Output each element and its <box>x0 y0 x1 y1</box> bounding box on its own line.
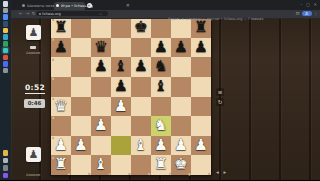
square-a5[interactable]: 5 <box>51 77 71 97</box>
taskbar <box>0 0 11 180</box>
square-h5[interactable] <box>191 77 211 97</box>
square-e4[interactable] <box>131 97 151 117</box>
square-c2[interactable] <box>91 136 111 156</box>
square-h3[interactable] <box>191 116 211 136</box>
next-move-button[interactable]: ▸ <box>224 169 228 175</box>
square-e5[interactable] <box>131 77 151 97</box>
square-h1[interactable]: h <box>191 155 211 175</box>
tray-purple-app-icon[interactable] <box>3 173 9 179</box>
maximize-button[interactable]: ▢ <box>306 2 310 7</box>
tab-favicon-icon <box>56 4 59 7</box>
profile-avatar[interactable]: А <box>302 11 312 16</box>
new-tab-button[interactable]: + <box>87 3 92 8</box>
minimize-button[interactable]: – <box>300 2 302 7</box>
extensions-icon[interactable]: ⊡ <box>296 11 300 16</box>
square-c3[interactable]: ♟ <box>91 116 111 136</box>
close-button[interactable]: ✕ <box>313 2 317 7</box>
taskbar-icon-search[interactable] <box>3 8 9 14</box>
square-h4[interactable] <box>191 97 211 117</box>
square-e2[interactable]: ♝ <box>131 136 151 156</box>
tab-active[interactable]: Игра • lichess.org ✕ <box>54 2 85 11</box>
forward-icon[interactable]: → <box>25 11 29 16</box>
reload-icon[interactable]: ↻ <box>32 11 36 16</box>
square-g4[interactable] <box>171 97 191 117</box>
square-a8[interactable]: 8♜ <box>51 18 71 38</box>
black-pawn: ♟ <box>131 57 151 77</box>
back-icon[interactable]: ← <box>19 11 23 16</box>
square-e3[interactable] <box>131 116 151 136</box>
black-rook: ♜ <box>51 18 71 38</box>
square-c1[interactable]: c♝ <box>91 155 111 175</box>
prev-move-button[interactable]: ◂ <box>216 169 220 175</box>
square-h2[interactable]: ♟ <box>191 136 211 156</box>
square-f5[interactable]: ♝ <box>151 77 171 97</box>
white-pawn: ♟ <box>51 136 71 156</box>
white-pawn: ♟ <box>111 97 131 117</box>
white-pawn: ♟ <box>91 116 111 136</box>
taskbar-icon-widgets[interactable] <box>3 14 9 20</box>
black-pawn: ♟ <box>191 38 211 58</box>
taskbar-icon-app-red[interactable] <box>3 55 9 61</box>
white-bishop: ♝ <box>91 155 111 175</box>
square-d6[interactable]: ♝ <box>111 57 131 77</box>
square-g3[interactable] <box>171 116 191 136</box>
black-pawn: ♟ <box>91 57 111 77</box>
square-d7[interactable] <box>111 38 131 58</box>
square-d2[interactable] <box>111 136 131 156</box>
square-c5[interactable] <box>91 77 111 97</box>
taskbar-icon-store[interactable] <box>3 41 9 47</box>
white-rook: ♜ <box>51 155 71 175</box>
black-pawn: ♟ <box>151 38 171 58</box>
square-b5[interactable] <box>71 77 91 97</box>
taskbar-icon-app-blue[interactable] <box>3 61 9 67</box>
taskbar-icon-active-browser[interactable] <box>3 48 9 54</box>
square-g6[interactable] <box>171 57 191 77</box>
square-c4[interactable] <box>91 97 111 117</box>
inactive-clock: 0:46 <box>24 99 45 108</box>
square-d1[interactable]: d <box>111 155 131 175</box>
file-label: h <box>208 172 210 176</box>
square-a7[interactable]: 7♟ <box>51 38 71 58</box>
square-c7[interactable]: ♛ <box>91 38 111 58</box>
square-a3[interactable]: 3 <box>51 116 71 136</box>
white-pawn: ♟ <box>151 136 171 156</box>
white-pawn: ♟ <box>71 136 91 156</box>
black-pawn: ♟ <box>111 77 131 97</box>
taskbar-icon-file-explorer[interactable] <box>3 28 9 34</box>
taskbar-icon-edge-browser[interactable] <box>3 34 9 40</box>
square-g1[interactable]: g♚ <box>171 155 191 175</box>
chess-board: 8♜♚♜7♟♛♟♟♟6♟♝♟♞5♟♝4♛♟3♟♞2♟♟♝♟♟♟1a♜bc♝def… <box>51 18 211 175</box>
white-king: ♚ <box>171 155 191 175</box>
square-a2[interactable]: 2♟ <box>51 136 71 156</box>
url-text: lichess.org <box>42 12 61 16</box>
square-h6[interactable] <box>191 57 211 77</box>
square-e1[interactable]: e <box>131 155 151 175</box>
square-c8[interactable] <box>91 18 111 38</box>
pawn-icon: ♟ <box>29 27 39 38</box>
square-b7[interactable] <box>71 38 91 58</box>
window-title: Играть в шахматы с другом • lichess.org … <box>168 17 264 21</box>
square-f2[interactable]: ♟ <box>151 136 171 156</box>
square-b4[interactable] <box>71 97 91 117</box>
taskbar-icon-start[interactable] <box>3 1 9 7</box>
white-pawn: ♟ <box>171 136 191 156</box>
bottom-player-name: Аноним <box>26 173 40 177</box>
square-b2[interactable]: ♟ <box>71 136 91 156</box>
square-g7[interactable]: ♟ <box>171 38 191 58</box>
square-b3[interactable] <box>71 116 91 136</box>
square-f6[interactable]: ♞ <box>151 57 171 77</box>
square-b8[interactable] <box>71 18 91 38</box>
top-player-avatar[interactable]: ♟ <box>26 25 41 40</box>
taskbar-icon-settings[interactable] <box>3 68 9 74</box>
square-g2[interactable]: ♟ <box>171 136 191 156</box>
pawn-icon: ♟ <box>29 149 39 160</box>
square-f7[interactable]: ♟ <box>151 38 171 58</box>
square-d3[interactable] <box>111 116 131 136</box>
square-b6[interactable] <box>71 57 91 77</box>
square-f1[interactable]: f♜ <box>151 155 171 175</box>
chess-page: 8♜♚♜7♟♛♟♟♟6♟♝♟♞5♟♝4♛♟3♟♞2♟♟♝♟♟♟1a♜bc♝def… <box>11 18 320 181</box>
screen: Шахматы онлайн Игра • lichess.org ✕ + Иг… <box>0 0 320 180</box>
lock-icon <box>39 13 41 15</box>
clock-underline <box>25 93 45 94</box>
rank-label: 3 <box>52 116 54 120</box>
bottom-player-avatar[interactable]: ♟ <box>26 147 41 162</box>
rank-label: 6 <box>52 58 54 62</box>
board-menu-button[interactable]: ≡ <box>216 88 224 96</box>
tab-inactive[interactable]: Шахматы онлайн <box>20 2 53 11</box>
tab-favicon-icon <box>22 4 25 7</box>
square-h7[interactable]: ♟ <box>191 38 211 58</box>
black-pawn: ♟ <box>171 38 191 58</box>
address-bar[interactable]: lichess.org ☆ <box>36 11 108 16</box>
black-bishop: ♝ <box>151 77 171 97</box>
bookmark-star-icon[interactable]: ☆ <box>99 12 102 16</box>
white-bishop: ♝ <box>131 136 151 156</box>
black-queen: ♛ <box>91 38 111 58</box>
square-d5[interactable]: ♟ <box>111 77 131 97</box>
square-f4[interactable] <box>151 97 171 117</box>
black-bishop: ♝ <box>111 57 131 77</box>
window-controls: – ▢ ✕ <box>300 2 317 7</box>
taskbar-icon-mail[interactable] <box>3 21 9 27</box>
square-d4[interactable]: ♟ <box>111 97 131 117</box>
black-knight: ♞ <box>151 57 171 77</box>
active-clock: 0:52 <box>22 83 48 92</box>
square-g5[interactable] <box>171 77 191 97</box>
top-player-name: Аноним <box>26 51 40 55</box>
tray-icon-2-icon[interactable] <box>3 165 9 171</box>
tray-icon-1-icon[interactable] <box>3 158 9 164</box>
white-queen: ♛ <box>51 97 71 117</box>
white-pawn: ♟ <box>191 136 211 156</box>
square-c6[interactable]: ♟ <box>91 57 111 77</box>
square-e6[interactable]: ♟ <box>131 57 151 77</box>
flip-board-button[interactable]: ↻ <box>216 98 224 106</box>
top-player-badge <box>30 46 36 49</box>
white-rook: ♜ <box>151 155 171 175</box>
square-a4[interactable]: 4♛ <box>51 97 71 117</box>
black-pawn: ♟ <box>51 38 71 58</box>
square-e7[interactable] <box>131 38 151 58</box>
square-b1[interactable]: b <box>71 155 91 175</box>
rank-label: 5 <box>52 77 54 81</box>
square-a1[interactable]: 1a♜ <box>51 155 71 175</box>
browser-menu-icon[interactable]: ⋮ <box>314 11 319 16</box>
square-f3[interactable]: ♞ <box>151 116 171 136</box>
square-a6[interactable]: 6 <box>51 57 71 77</box>
tray-folder-icon[interactable] <box>3 150 9 156</box>
white-knight: ♞ <box>151 116 171 136</box>
